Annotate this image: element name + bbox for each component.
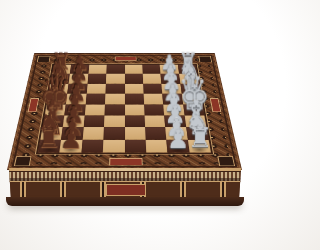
board-grid: ♜♟♟♜♞♟♟♞♝♟♟♝♛♟♟♛♚♟♟♚♝♟♟♝♞♟♟♞♜♟♟♜	[36, 64, 213, 154]
square-c5	[106, 84, 125, 94]
square-f5	[104, 115, 124, 127]
square-b4	[125, 74, 144, 84]
box-base-molding	[6, 197, 244, 206]
frame-corner-motif	[217, 156, 235, 166]
square-g5	[103, 127, 124, 139]
square-d5	[105, 94, 124, 105]
square-f4	[125, 115, 145, 127]
box-front-red-accent	[106, 184, 146, 196]
square-h1: ♜	[188, 140, 211, 153]
box-front-face	[9, 168, 241, 197]
square-h4	[125, 140, 147, 153]
square-e5	[105, 104, 125, 115]
square-a4	[125, 65, 143, 74]
chessboard: ♜♟♟♜♞♟♟♞♝♟♟♝♛♟♟♛♚♟♟♚♝♟♟♝♞♟♟♞♜♟♟♜	[7, 53, 242, 170]
square-e4	[125, 104, 145, 115]
piece-bP: ♟	[51, 127, 90, 152]
frame-red-accent	[114, 57, 136, 61]
frame-red-accent	[109, 158, 143, 165]
square-d4	[125, 94, 144, 105]
square-h5	[103, 140, 125, 153]
piece-wR: ♜	[181, 125, 220, 152]
square-a5	[106, 65, 124, 74]
square-g4	[125, 127, 146, 139]
square-c4	[125, 84, 144, 94]
square-b5	[106, 74, 125, 84]
frame-corner-motif	[14, 156, 32, 166]
square-h7: ♟	[60, 140, 83, 153]
